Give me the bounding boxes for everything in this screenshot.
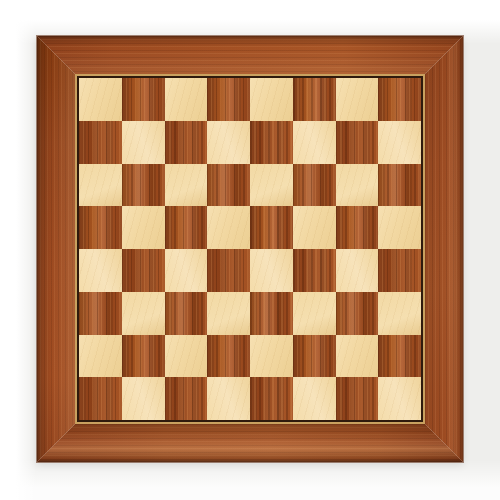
board-frame-top [37, 36, 463, 74]
square-c5 [165, 206, 208, 249]
square-g7 [336, 121, 379, 164]
square-c1 [165, 377, 208, 420]
square-h3 [378, 292, 421, 335]
square-a7 [79, 121, 122, 164]
square-b4 [122, 249, 165, 292]
square-b8 [122, 78, 165, 121]
square-c6 [165, 164, 208, 207]
square-a1 [79, 377, 122, 420]
square-e7 [250, 121, 293, 164]
square-d6 [207, 164, 250, 207]
square-f1 [293, 377, 336, 420]
square-h6 [378, 164, 421, 207]
square-b3 [122, 292, 165, 335]
square-c3 [165, 292, 208, 335]
square-a5 [79, 206, 122, 249]
square-b7 [122, 121, 165, 164]
square-b1 [122, 377, 165, 420]
square-a6 [79, 164, 122, 207]
square-a4 [79, 249, 122, 292]
playing-area [79, 78, 421, 420]
square-h7 [378, 121, 421, 164]
square-c8 [165, 78, 208, 121]
chess-board [37, 36, 463, 462]
square-h8 [378, 78, 421, 121]
square-e2 [250, 335, 293, 378]
square-h2 [378, 335, 421, 378]
square-d7 [207, 121, 250, 164]
square-e8 [250, 78, 293, 121]
square-f4 [293, 249, 336, 292]
square-d3 [207, 292, 250, 335]
square-d1 [207, 377, 250, 420]
square-a3 [79, 292, 122, 335]
product-photo-background [0, 0, 500, 500]
square-c7 [165, 121, 208, 164]
square-f3 [293, 292, 336, 335]
square-f8 [293, 78, 336, 121]
square-c2 [165, 335, 208, 378]
square-g8 [336, 78, 379, 121]
board-frame-left [37, 36, 75, 462]
square-b6 [122, 164, 165, 207]
square-b5 [122, 206, 165, 249]
square-e1 [250, 377, 293, 420]
board-frame-right [425, 36, 463, 462]
square-d2 [207, 335, 250, 378]
square-e5 [250, 206, 293, 249]
square-c4 [165, 249, 208, 292]
square-d8 [207, 78, 250, 121]
square-g3 [336, 292, 379, 335]
square-g2 [336, 335, 379, 378]
square-h1 [378, 377, 421, 420]
square-h4 [378, 249, 421, 292]
maple-inlay-line [75, 74, 425, 424]
square-g4 [336, 249, 379, 292]
dark-inlay-line [77, 76, 423, 422]
square-f7 [293, 121, 336, 164]
square-f2 [293, 335, 336, 378]
square-a8 [79, 78, 122, 121]
board-frame-bottom [37, 424, 463, 462]
square-g6 [336, 164, 379, 207]
square-g5 [336, 206, 379, 249]
square-e4 [250, 249, 293, 292]
square-f6 [293, 164, 336, 207]
square-g1 [336, 377, 379, 420]
square-a2 [79, 335, 122, 378]
square-d5 [207, 206, 250, 249]
square-h5 [378, 206, 421, 249]
square-e3 [250, 292, 293, 335]
square-f5 [293, 206, 336, 249]
square-d4 [207, 249, 250, 292]
square-b2 [122, 335, 165, 378]
square-e6 [250, 164, 293, 207]
